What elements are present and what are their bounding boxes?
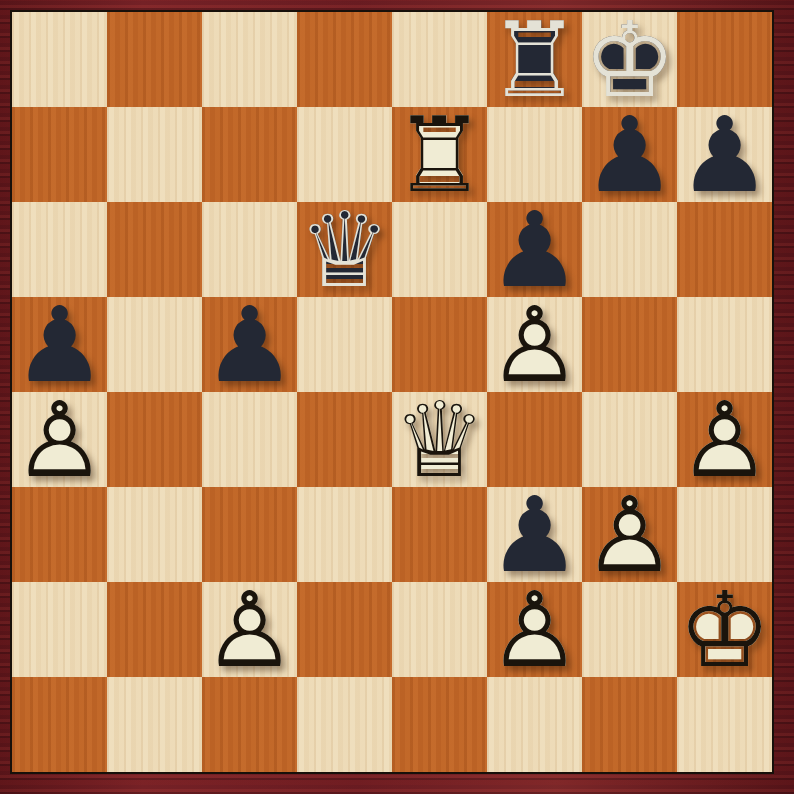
square-c4[interactable]: [202, 392, 297, 487]
square-b3[interactable]: [107, 487, 202, 582]
square-c3[interactable]: [202, 487, 297, 582]
square-c8[interactable]: [202, 12, 297, 107]
black-king-outline-icon: ♔: [582, 12, 677, 107]
square-a7[interactable]: [12, 107, 107, 202]
square-e7[interactable]: ♜♖: [392, 107, 487, 202]
square-h1[interactable]: [677, 677, 772, 772]
white-pawn[interactable]: ♟♙: [487, 582, 582, 677]
square-d4[interactable]: [297, 392, 392, 487]
black-pawn[interactable]: ♟: [677, 107, 772, 202]
square-d8[interactable]: [297, 12, 392, 107]
square-c5[interactable]: ♟: [202, 297, 297, 392]
white-pawn-outline-icon: ♙: [487, 297, 582, 392]
square-b2[interactable]: [107, 582, 202, 677]
square-c7[interactable]: [202, 107, 297, 202]
white-pawn[interactable]: ♟♙: [582, 487, 677, 582]
square-f8[interactable]: ♜♖: [487, 12, 582, 107]
square-a4[interactable]: ♟♙: [12, 392, 107, 487]
square-b1[interactable]: [107, 677, 202, 772]
black-rook[interactable]: ♜♖: [487, 12, 582, 107]
square-d3[interactable]: [297, 487, 392, 582]
black-pawn-icon: ♟: [202, 297, 297, 392]
white-pawn[interactable]: ♟♙: [487, 297, 582, 392]
square-a3[interactable]: [12, 487, 107, 582]
square-g6[interactable]: [582, 202, 677, 297]
square-h5[interactable]: [677, 297, 772, 392]
white-pawn-outline-icon: ♙: [487, 582, 582, 677]
black-king[interactable]: ♚♔: [582, 12, 677, 107]
square-f4[interactable]: [487, 392, 582, 487]
square-e6[interactable]: [392, 202, 487, 297]
square-e1[interactable]: [392, 677, 487, 772]
white-queen-outline-icon: ♕: [392, 392, 487, 487]
square-d7[interactable]: [297, 107, 392, 202]
square-d1[interactable]: [297, 677, 392, 772]
black-queen[interactable]: ♛♕: [297, 202, 392, 297]
white-queen[interactable]: ♛♕: [392, 392, 487, 487]
square-b8[interactable]: [107, 12, 202, 107]
square-g8[interactable]: ♚♔: [582, 12, 677, 107]
square-a6[interactable]: [12, 202, 107, 297]
square-f6[interactable]: ♟: [487, 202, 582, 297]
square-h2[interactable]: ♚♔: [677, 582, 772, 677]
square-h4[interactable]: ♟♙: [677, 392, 772, 487]
square-f1[interactable]: [487, 677, 582, 772]
black-pawn[interactable]: ♟: [487, 487, 582, 582]
square-g3[interactable]: ♟♙: [582, 487, 677, 582]
square-d2[interactable]: [297, 582, 392, 677]
black-pawn-icon: ♟: [582, 107, 677, 202]
square-a8[interactable]: [12, 12, 107, 107]
square-g2[interactable]: [582, 582, 677, 677]
square-d5[interactable]: [297, 297, 392, 392]
square-h8[interactable]: [677, 12, 772, 107]
black-pawn-icon: ♟: [12, 297, 107, 392]
white-pawn-outline-icon: ♙: [202, 582, 297, 677]
square-b5[interactable]: [107, 297, 202, 392]
square-d6[interactable]: ♛♕: [297, 202, 392, 297]
square-h7[interactable]: ♟: [677, 107, 772, 202]
black-rook-outline-icon: ♖: [487, 12, 582, 107]
square-f3[interactable]: ♟: [487, 487, 582, 582]
square-f5[interactable]: ♟♙: [487, 297, 582, 392]
white-king[interactable]: ♚♔: [677, 582, 772, 677]
square-c6[interactable]: [202, 202, 297, 297]
square-e5[interactable]: [392, 297, 487, 392]
square-b6[interactable]: [107, 202, 202, 297]
square-f7[interactable]: [487, 107, 582, 202]
white-king-outline-icon: ♔: [677, 582, 772, 677]
square-e4[interactable]: ♛♕: [392, 392, 487, 487]
square-e3[interactable]: [392, 487, 487, 582]
square-g5[interactable]: [582, 297, 677, 392]
square-e2[interactable]: [392, 582, 487, 677]
square-g4[interactable]: [582, 392, 677, 487]
black-queen-outline-icon: ♕: [297, 202, 392, 297]
white-pawn[interactable]: ♟♙: [677, 392, 772, 487]
square-b7[interactable]: [107, 107, 202, 202]
square-c2[interactable]: ♟♙: [202, 582, 297, 677]
black-pawn-icon: ♟: [487, 487, 582, 582]
white-rook[interactable]: ♜♖: [392, 107, 487, 202]
black-pawn[interactable]: ♟: [582, 107, 677, 202]
white-pawn-outline-icon: ♙: [582, 487, 677, 582]
black-pawn-icon: ♟: [677, 107, 772, 202]
board-frame: ♜♖♚♔♜♖♟♟♛♕♟♟♟♟♙♟♙♛♕♟♙♟♟♙♟♙♟♙♚♔: [0, 0, 794, 794]
white-pawn-outline-icon: ♙: [12, 392, 107, 487]
square-h3[interactable]: [677, 487, 772, 582]
black-pawn[interactable]: ♟: [487, 202, 582, 297]
black-pawn[interactable]: ♟: [202, 297, 297, 392]
chess-board: ♜♖♚♔♜♖♟♟♛♕♟♟♟♟♙♟♙♛♕♟♙♟♟♙♟♙♟♙♚♔: [10, 10, 774, 774]
square-e8[interactable]: [392, 12, 487, 107]
square-h6[interactable]: [677, 202, 772, 297]
square-a1[interactable]: [12, 677, 107, 772]
black-pawn[interactable]: ♟: [12, 297, 107, 392]
square-a2[interactable]: [12, 582, 107, 677]
square-c1[interactable]: [202, 677, 297, 772]
square-g7[interactable]: ♟: [582, 107, 677, 202]
square-a5[interactable]: ♟: [12, 297, 107, 392]
white-pawn-outline-icon: ♙: [677, 392, 772, 487]
black-pawn-icon: ♟: [487, 202, 582, 297]
white-rook-outline-icon: ♖: [392, 107, 487, 202]
square-f2[interactable]: ♟♙: [487, 582, 582, 677]
white-pawn[interactable]: ♟♙: [12, 392, 107, 487]
square-g1[interactable]: [582, 677, 677, 772]
square-b4[interactable]: [107, 392, 202, 487]
white-pawn[interactable]: ♟♙: [202, 582, 297, 677]
